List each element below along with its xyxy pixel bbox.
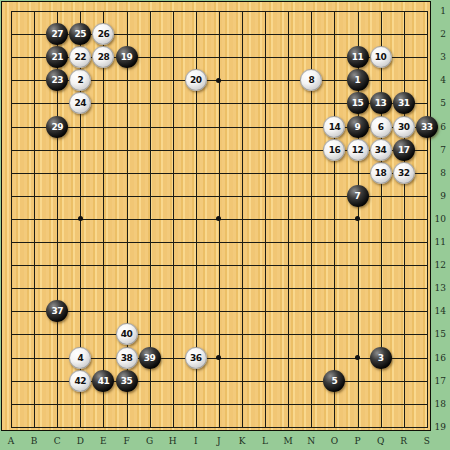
grid-line-horizontal: [11, 288, 428, 289]
move-number: 2: [77, 75, 83, 85]
column-label-P: P: [349, 435, 367, 447]
stone-white-20-I4[interactable]: 20: [185, 69, 207, 91]
grid-line-vertical: [265, 11, 266, 428]
star-point: [355, 355, 360, 360]
stone-black-7-P9[interactable]: 7: [347, 185, 369, 207]
row-label-13: 13: [430, 282, 446, 294]
move-number: 30: [398, 122, 410, 132]
move-number: 4: [77, 353, 83, 363]
grid-line-vertical: [288, 11, 289, 428]
move-number: 5: [332, 376, 338, 386]
stone-black-31-R5[interactable]: 31: [393, 92, 415, 114]
move-number: 24: [75, 98, 87, 108]
move-number: 13: [375, 98, 387, 108]
stone-black-15-P5[interactable]: 15: [347, 92, 369, 114]
stone-white-6-Q6[interactable]: 6: [370, 116, 392, 138]
stone-black-41-E17[interactable]: 41: [92, 370, 114, 392]
row-label-5: 5: [430, 97, 446, 109]
stone-white-32-R8[interactable]: 32: [393, 162, 415, 184]
stone-black-1-P4[interactable]: 1: [347, 69, 369, 91]
row-label-17: 17: [430, 375, 446, 387]
move-number: 14: [329, 122, 341, 132]
stone-black-19-F3[interactable]: 19: [116, 46, 138, 68]
column-label-M: M: [279, 435, 297, 447]
column-label-N: N: [302, 435, 320, 447]
stone-white-12-P7[interactable]: 12: [347, 139, 369, 161]
stone-white-14-O6[interactable]: 14: [323, 116, 345, 138]
move-number: 1: [355, 75, 361, 85]
move-number: 3: [378, 353, 384, 363]
move-number: 17: [398, 145, 410, 155]
grid-line-vertical: [242, 11, 243, 428]
row-label-10: 10: [430, 213, 446, 225]
move-number: 7: [355, 191, 361, 201]
move-number: 16: [329, 145, 341, 155]
move-number: 42: [75, 376, 87, 386]
grid-line-horizontal: [11, 404, 428, 405]
column-label-G: G: [141, 435, 159, 447]
row-label-11: 11: [430, 236, 446, 248]
row-label-15: 15: [430, 328, 446, 340]
move-number: 12: [352, 145, 364, 155]
row-label-9: 9: [430, 190, 446, 202]
column-label-C: C: [48, 435, 66, 447]
move-number: 10: [375, 52, 387, 62]
stone-black-11-P3[interactable]: 11: [347, 46, 369, 68]
grid-line-vertical: [427, 11, 428, 428]
move-number: 39: [144, 353, 156, 363]
stone-black-5-O17[interactable]: 5: [323, 370, 345, 392]
row-label-8: 8: [430, 167, 446, 179]
row-label-16: 16: [430, 352, 446, 364]
move-number: 20: [190, 75, 202, 85]
column-label-O: O: [325, 435, 343, 447]
move-number: 26: [98, 29, 110, 39]
move-number: 27: [51, 29, 63, 39]
move-number: 21: [51, 52, 63, 62]
stone-white-42-D17[interactable]: 42: [69, 370, 91, 392]
stone-black-29-C6[interactable]: 29: [46, 116, 68, 138]
row-label-6: 6: [430, 121, 446, 133]
row-label-14: 14: [430, 305, 446, 317]
column-label-F: F: [118, 435, 136, 447]
grid-line-horizontal: [11, 265, 428, 266]
move-number: 35: [121, 376, 133, 386]
stone-white-30-R6[interactable]: 30: [393, 116, 415, 138]
row-label-2: 2: [430, 28, 446, 40]
move-number: 38: [121, 353, 133, 363]
grid-line-vertical: [404, 11, 405, 428]
row-label-7: 7: [430, 144, 446, 156]
move-number: 15: [352, 98, 364, 108]
row-label-12: 12: [430, 259, 446, 271]
move-number: 41: [98, 376, 110, 386]
move-number: 19: [121, 52, 133, 62]
column-label-A: A: [2, 435, 20, 447]
move-number: 8: [308, 75, 314, 85]
stone-white-34-Q7[interactable]: 34: [370, 139, 392, 161]
stone-black-35-F17[interactable]: 35: [116, 370, 138, 392]
stone-white-16-O7[interactable]: 16: [323, 139, 345, 161]
move-number: 18: [375, 168, 387, 178]
column-label-L: L: [256, 435, 274, 447]
grid-line-horizontal: [11, 334, 428, 335]
move-number: 31: [398, 98, 410, 108]
move-number: 29: [51, 122, 63, 132]
column-label-S: S: [418, 435, 436, 447]
move-number: 40: [121, 329, 133, 339]
stone-white-38-F16[interactable]: 38: [116, 347, 138, 369]
stone-black-13-Q5[interactable]: 13: [370, 92, 392, 114]
stone-black-39-G16[interactable]: 39: [139, 347, 161, 369]
move-number: 9: [355, 122, 361, 132]
column-label-Q: Q: [372, 435, 390, 447]
grid-line-horizontal: [11, 242, 428, 243]
move-number: 36: [190, 353, 202, 363]
row-label-19: 19: [430, 421, 446, 433]
grid-line-horizontal: [11, 311, 428, 312]
move-number: 28: [98, 52, 110, 62]
stone-black-9-P6[interactable]: 9: [347, 116, 369, 138]
column-label-D: D: [71, 435, 89, 447]
move-number: 25: [75, 29, 87, 39]
column-label-J: J: [210, 435, 228, 447]
stone-white-4-D16[interactable]: 4: [69, 347, 91, 369]
move-number: 37: [51, 306, 63, 316]
move-number: 11: [352, 52, 364, 62]
move-number: 34: [375, 145, 387, 155]
column-label-E: E: [94, 435, 112, 447]
row-label-4: 4: [430, 74, 446, 86]
row-label-3: 3: [430, 51, 446, 63]
move-number: 6: [378, 122, 384, 132]
stone-white-40-F15[interactable]: 40: [116, 323, 138, 345]
go-diagram: 1234567891011121314151617181920212223242…: [0, 0, 450, 450]
stone-black-17-R7[interactable]: 17: [393, 139, 415, 161]
column-label-I: I: [187, 435, 205, 447]
stone-black-3-Q16[interactable]: 3: [370, 347, 392, 369]
column-label-H: H: [164, 435, 182, 447]
row-label-18: 18: [430, 398, 446, 410]
grid-line-vertical: [334, 11, 335, 428]
stone-white-18-Q8[interactable]: 18: [370, 162, 392, 184]
row-label-1: 1: [430, 5, 446, 17]
stone-white-10-Q3[interactable]: 10: [370, 46, 392, 68]
column-label-R: R: [395, 435, 413, 447]
move-number: 32: [398, 168, 410, 178]
move-number: 22: [75, 52, 87, 62]
move-number: 23: [51, 75, 63, 85]
column-label-B: B: [25, 435, 43, 447]
grid-line-horizontal: [11, 427, 428, 428]
stone-white-36-I16[interactable]: 36: [185, 347, 207, 369]
column-label-K: K: [233, 435, 251, 447]
